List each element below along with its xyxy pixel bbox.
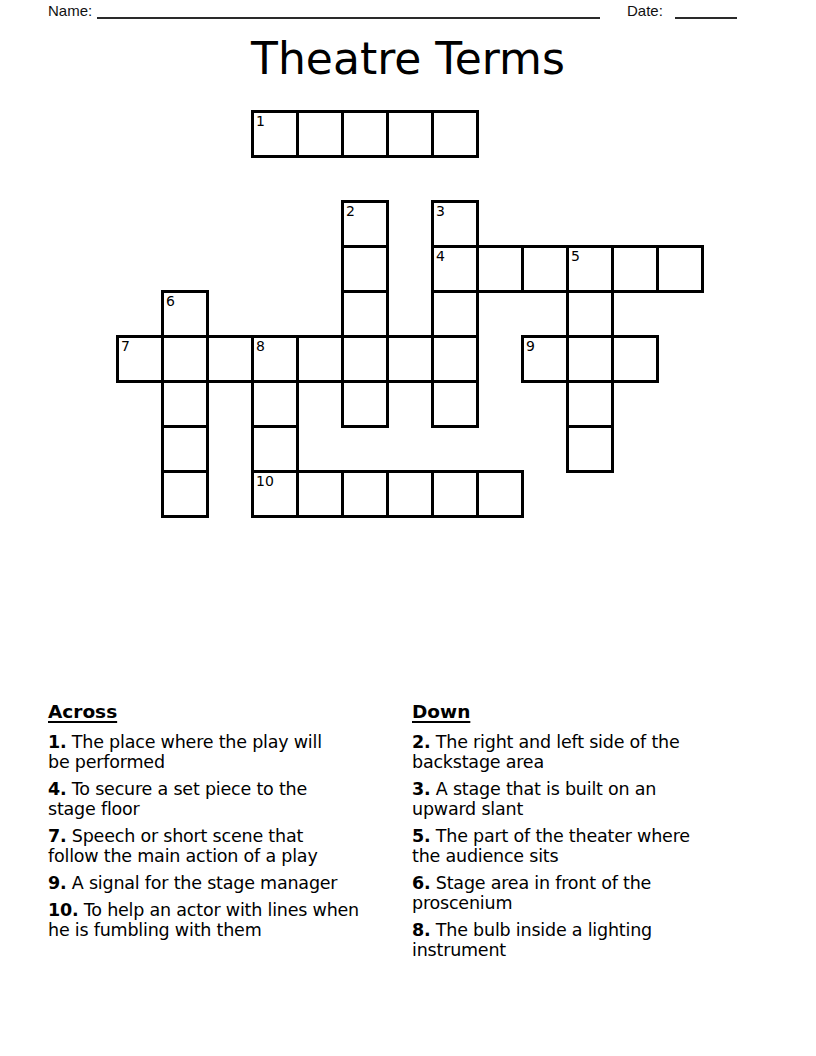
across-clue-list: 1. The place where the play willbe perfo…	[48, 732, 408, 940]
grid-cell-r0c5[interactable]	[341, 110, 389, 158]
grid-cell-r3c11[interactable]	[611, 245, 659, 293]
clue-number-2: 2	[346, 203, 355, 219]
clue-number-9: 9	[526, 338, 535, 354]
grid-cell-r7c3[interactable]	[251, 425, 299, 473]
grid-cell-r0c6[interactable]	[386, 110, 434, 158]
grid-cell-r8c1[interactable]	[161, 470, 209, 518]
down-heading: Down	[412, 701, 752, 722]
grid-cell-r6c7[interactable]	[431, 380, 479, 428]
name-label: Name:	[48, 2, 92, 19]
clue-7: 7. Speech or short scene thatfollow the …	[48, 826, 408, 866]
clue-9: 9. A signal for the stage manager	[48, 873, 408, 893]
clue-num-label: 2.	[412, 732, 430, 752]
grid-cell-r6c10[interactable]	[566, 380, 614, 428]
grid-cell-r5c6[interactable]	[386, 335, 434, 383]
clue-num-label: 4.	[48, 779, 66, 799]
grid-cell-r0c4[interactable]	[296, 110, 344, 158]
grid-cell-r5c11[interactable]	[611, 335, 659, 383]
clue-number-5: 5	[571, 248, 580, 264]
grid-cell-r3c5[interactable]	[341, 245, 389, 293]
grid-cell-r8c4[interactable]	[296, 470, 344, 518]
worksheet-page: Name: Date: Theatre Terms 12345678910 Ac…	[0, 0, 816, 1056]
grid-cell-r8c5[interactable]	[341, 470, 389, 518]
grid-cell-r4c10[interactable]	[566, 290, 614, 338]
clue-number-10: 10	[256, 473, 274, 489]
grid-cell-r0c7[interactable]	[431, 110, 479, 158]
grid-cell-r5c2[interactable]	[206, 335, 254, 383]
down-clue-list: 2. The right and left side of thebacksta…	[412, 732, 752, 960]
grid-cell-r8c8[interactable]	[476, 470, 524, 518]
page-title: Theatre Terms	[0, 33, 816, 84]
clue-num-label: 5.	[412, 826, 430, 846]
clue-num-label: 8.	[412, 920, 430, 940]
grid-cell-r3c10[interactable]: 5	[566, 245, 614, 293]
grid-cell-r5c3[interactable]: 8	[251, 335, 299, 383]
grid-cell-r7c1[interactable]	[161, 425, 209, 473]
clue-number-7: 7	[121, 338, 130, 354]
grid-cell-r3c9[interactable]	[521, 245, 569, 293]
clue-num-label: 10.	[48, 900, 78, 920]
grid-cell-r3c7[interactable]: 4	[431, 245, 479, 293]
grid-cell-r7c10[interactable]	[566, 425, 614, 473]
date-label: Date:	[627, 2, 663, 19]
grid-cell-r0c3[interactable]: 1	[251, 110, 299, 158]
clue-num-label: 3.	[412, 779, 430, 799]
grid-cell-r5c0[interactable]: 7	[116, 335, 164, 383]
across-heading: Across	[48, 701, 408, 722]
clue-num-label: 1.	[48, 732, 66, 752]
grid-cell-r5c1[interactable]	[161, 335, 209, 383]
grid-cell-r5c5[interactable]	[341, 335, 389, 383]
clue-1: 1. The place where the play willbe perfo…	[48, 732, 408, 772]
grid-cell-r4c1[interactable]: 6	[161, 290, 209, 338]
grid-cell-r8c3[interactable]: 10	[251, 470, 299, 518]
grid-cell-r2c5[interactable]: 2	[341, 200, 389, 248]
grid-cell-r5c7[interactable]	[431, 335, 479, 383]
clue-2: 2. The right and left side of thebacksta…	[412, 732, 752, 772]
clue-number-1: 1	[256, 113, 265, 129]
grid-cell-r6c1[interactable]	[161, 380, 209, 428]
grid-cell-r2c7[interactable]: 3	[431, 200, 479, 248]
clue-num-label: 6.	[412, 873, 430, 893]
clue-number-4: 4	[436, 248, 445, 264]
grid-cell-r5c10[interactable]	[566, 335, 614, 383]
grid-cell-r3c12[interactable]	[656, 245, 704, 293]
grid-cell-r8c7[interactable]	[431, 470, 479, 518]
grid-cell-r6c5[interactable]	[341, 380, 389, 428]
grid-cell-r5c4[interactable]	[296, 335, 344, 383]
clue-num-label: 9.	[48, 873, 66, 893]
grid-cell-r4c5[interactable]	[341, 290, 389, 338]
clue-8: 8. The bulb inside a lightinginstrument	[412, 920, 752, 960]
name-write-line[interactable]	[97, 16, 600, 19]
grid-cell-r5c9[interactable]: 9	[521, 335, 569, 383]
grid-cell-r8c6[interactable]	[386, 470, 434, 518]
date-write-line[interactable]	[675, 16, 737, 19]
grid-cell-r6c3[interactable]	[251, 380, 299, 428]
across-clues-section: Across 1. The place where the play willb…	[48, 701, 408, 947]
clue-10: 10. To help an actor with lines whenhe i…	[48, 900, 408, 940]
grid-cell-r4c7[interactable]	[431, 290, 479, 338]
clue-5: 5. The part of the theater wherethe audi…	[412, 826, 752, 866]
grid-cell-r3c8[interactable]	[476, 245, 524, 293]
clue-num-label: 7.	[48, 826, 66, 846]
clue-number-6: 6	[166, 293, 175, 309]
down-clues-section: Down 2. The right and left side of theba…	[412, 701, 752, 967]
clue-number-3: 3	[436, 203, 445, 219]
clue-3: 3. A stage that is built on anupward sla…	[412, 779, 752, 819]
clue-number-8: 8	[256, 338, 265, 354]
clue-4: 4. To secure a set piece to thestage flo…	[48, 779, 408, 819]
clue-6: 6. Stage area in front of theproscenium	[412, 873, 752, 913]
